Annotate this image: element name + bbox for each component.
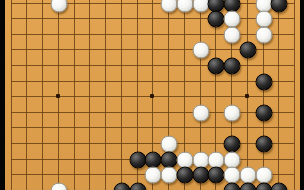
white-stone (50, 0, 67, 12)
black-stone (239, 182, 256, 190)
black-stone (129, 182, 146, 190)
grid-vline (121, 0, 122, 190)
black-stone (208, 57, 225, 74)
white-stone (192, 104, 209, 121)
black-stone (161, 151, 178, 168)
white-stone (192, 151, 209, 168)
grid-hline (11, 127, 295, 128)
star-point (56, 94, 60, 98)
pillarbox-right (300, 0, 304, 190)
grid-vline (89, 0, 90, 190)
grid-hline (11, 81, 295, 82)
black-stone (224, 135, 241, 152)
grid-vline (278, 0, 279, 190)
black-stone (255, 104, 272, 121)
star-point (245, 94, 249, 98)
black-stone (271, 0, 288, 12)
white-stone (224, 167, 241, 184)
grid-hline (11, 143, 295, 144)
black-stone (208, 11, 225, 28)
black-stone (255, 73, 272, 90)
white-stone (255, 167, 272, 184)
white-stone (192, 42, 209, 59)
black-stone (255, 135, 272, 152)
white-stone (255, 11, 272, 28)
black-stone (224, 182, 241, 190)
white-stone (224, 104, 241, 121)
white-stone (176, 0, 193, 12)
white-stone (239, 167, 256, 184)
black-stone (224, 57, 241, 74)
white-stone (176, 151, 193, 168)
black-stone (129, 151, 146, 168)
black-stone (239, 42, 256, 59)
black-stone (145, 151, 162, 168)
grid-hline (11, 18, 295, 19)
white-stone (208, 151, 225, 168)
white-stone (224, 26, 241, 43)
grid-vline (105, 0, 106, 190)
grid-vline (26, 0, 27, 190)
grid-hline (11, 34, 295, 35)
grid-hline (11, 112, 295, 113)
grid-vline (74, 0, 75, 190)
star-point (150, 94, 154, 98)
white-stone (161, 167, 178, 184)
grid-hline (11, 65, 295, 66)
white-stone (255, 26, 272, 43)
pillarbox-left (0, 0, 5, 190)
video-frame (0, 0, 304, 190)
white-stone (224, 151, 241, 168)
black-stone (113, 182, 130, 190)
grid-vline (42, 0, 43, 190)
black-stone (255, 182, 272, 190)
white-stone (50, 182, 67, 190)
white-stone (224, 11, 241, 28)
grid-vline (11, 0, 12, 190)
grid-vline (294, 0, 295, 190)
black-stone (271, 182, 288, 190)
black-stone (192, 167, 209, 184)
white-stone (192, 0, 209, 12)
black-stone (176, 167, 193, 184)
white-stone (145, 167, 162, 184)
white-stone (161, 135, 178, 152)
white-stone (161, 0, 178, 12)
black-stone (208, 167, 225, 184)
go-board[interactable] (5, 0, 300, 190)
